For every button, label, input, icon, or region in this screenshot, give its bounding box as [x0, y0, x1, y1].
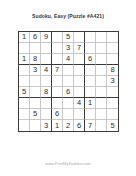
sudoku-cell-r1c4 [52, 32, 63, 43]
sudoku-cell-r2c5: 3 [63, 43, 74, 54]
sudoku-cell-r1c6 [74, 32, 85, 43]
sudoku-cell-r8c3 [41, 109, 52, 120]
sudoku-cell-r7c2 [30, 98, 41, 109]
sudoku-cell-r3c1: 1 [19, 54, 30, 65]
sudoku-cell-r5c1 [19, 76, 30, 87]
sudoku-cell-r3c4 [52, 54, 63, 65]
sudoku-cell-r2c8 [96, 43, 107, 54]
sudoku-cell-r7c9 [107, 98, 118, 109]
sudoku-cell-r5c6 [74, 76, 85, 87]
sudoku-cell-r4c2: 3 [30, 65, 41, 76]
sudoku-cell-r8c8 [96, 109, 107, 120]
sudoku-cell-r4c6 [74, 65, 85, 76]
sudoku-cell-r1c5: 5 [63, 32, 74, 43]
sudoku-cell-r6c2 [30, 87, 41, 98]
sudoku-cell-r2c2 [30, 43, 41, 54]
sudoku-cell-r3c8 [96, 54, 107, 65]
sudoku-cell-r7c6: 4 [74, 98, 85, 109]
sudoku-cell-r7c3 [41, 98, 52, 109]
sudoku-cell-r4c3: 4 [41, 65, 52, 76]
sudoku-cell-r5c7 [85, 76, 96, 87]
sudoku-cell-r6c9 [107, 87, 118, 98]
sudoku-cell-r8c4: 6 [52, 109, 63, 120]
sudoku-cell-r9c4: 1 [52, 120, 63, 131]
sudoku-cell-r9c2 [30, 120, 41, 131]
sudoku-cell-r2c6: 7 [74, 43, 85, 54]
sudoku-cell-r6c7 [85, 87, 96, 98]
sudoku-cell-r3c9 [107, 54, 118, 65]
sudoku-cell-r6c6 [74, 87, 85, 98]
sudoku-cell-r1c3: 9 [41, 32, 52, 43]
sudoku-cell-r1c1: 1 [19, 32, 30, 43]
sudoku-cell-r9c7: 7 [85, 120, 96, 131]
sudoku-cell-r5c2 [30, 76, 41, 87]
sudoku-cell-r6c4 [52, 87, 63, 98]
sudoku-cell-r8c7 [85, 109, 96, 120]
sudoku-cell-r8c5 [63, 109, 74, 120]
sudoku-cell-r5c9: 3 [107, 76, 118, 87]
sudoku-cell-r9c3: 3 [41, 120, 52, 131]
sudoku-cell-r6c8 [96, 87, 107, 98]
sudoku-cell-r4c8 [96, 65, 107, 76]
sudoku-cell-r3c2: 8 [30, 54, 41, 65]
sudoku-cell-r2c9 [107, 43, 118, 54]
sudoku-cell-r4c7 [85, 65, 96, 76]
sudoku-cell-r4c4: 7 [52, 65, 63, 76]
page-title: Sudoku, Easy (Puzzle #A421) [0, 13, 136, 19]
sudoku-cell-r6c3: 8 [41, 87, 52, 98]
sudoku-cell-r9c8 [96, 120, 107, 131]
sudoku-cell-r3c5: 4 [63, 54, 74, 65]
sudoku-cell-r1c7 [85, 32, 96, 43]
sudoku-cell-r8c1 [19, 109, 30, 120]
sudoku-cell-r5c5 [63, 76, 74, 87]
sudoku-cell-r7c7: 1 [85, 98, 96, 109]
sudoku-cell-r9c9: 5 [107, 120, 118, 131]
sudoku-cell-r7c4 [52, 98, 63, 109]
sudoku-cell-r3c7: 6 [85, 54, 96, 65]
sudoku-cell-r5c8 [96, 76, 107, 87]
sudoku-cell-r6c1: 5 [19, 87, 30, 98]
sudoku-cell-r8c9 [107, 109, 118, 120]
sudoku-cell-r8c2: 5 [30, 109, 41, 120]
sudoku-cell-r9c1 [19, 120, 30, 131]
sudoku-cell-r3c3 [41, 54, 52, 65]
sudoku-cell-r9c6: 6 [74, 120, 85, 131]
sudoku-cell-r3c6 [74, 54, 85, 65]
sudoku-cell-r4c5 [63, 65, 74, 76]
sudoku-cell-r5c4 [52, 76, 63, 87]
sudoku-cell-r1c9 [107, 32, 118, 43]
sudoku-grid: 1695371846347835864156312675 [18, 31, 119, 132]
sudoku-cell-r7c8 [96, 98, 107, 109]
sudoku-cell-r7c5 [63, 98, 74, 109]
sudoku-cell-r2c4 [52, 43, 63, 54]
footer-url: www.PrintMySudoku.com [0, 161, 136, 166]
sudoku-cell-r9c5: 2 [63, 120, 74, 131]
sudoku-cell-r4c9: 8 [107, 65, 118, 76]
sudoku-cell-r5c3 [41, 76, 52, 87]
sudoku-cell-r8c6 [74, 109, 85, 120]
sudoku-cell-r2c3 [41, 43, 52, 54]
sudoku-cell-r7c1 [19, 98, 30, 109]
sudoku-cell-r1c2: 6 [30, 32, 41, 43]
sudoku-cell-r1c8 [96, 32, 107, 43]
sudoku-cell-r2c7 [85, 43, 96, 54]
sudoku-cell-r2c1 [19, 43, 30, 54]
sudoku-cell-r6c5: 6 [63, 87, 74, 98]
sudoku-cell-r4c1 [19, 65, 30, 76]
